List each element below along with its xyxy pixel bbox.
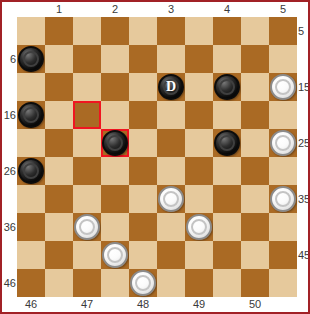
square-34[interactable] [213, 185, 241, 213]
light-square [269, 45, 297, 73]
page-frame: D 123454647484950616263646515253545 [0, 0, 310, 314]
square-11[interactable] [45, 73, 73, 101]
square-37[interactable] [73, 213, 101, 241]
light-square [73, 185, 101, 213]
square-30[interactable] [241, 157, 269, 185]
light-square [157, 101, 185, 129]
white-man-piece[interactable] [102, 242, 128, 268]
square-44[interactable] [213, 241, 241, 269]
square-12[interactable] [101, 73, 129, 101]
light-square [241, 185, 269, 213]
square-27[interactable] [73, 157, 101, 185]
square-6[interactable] [17, 45, 45, 73]
coord-label-right-45: 45 [298, 241, 310, 269]
light-square [129, 185, 157, 213]
square-35[interactable] [269, 185, 297, 213]
light-square [185, 185, 213, 213]
square-45[interactable] [269, 241, 297, 269]
light-square [17, 17, 45, 45]
white-man-piece[interactable] [270, 130, 296, 156]
square-19[interactable] [185, 101, 213, 129]
square-49[interactable] [185, 269, 213, 297]
square-32[interactable] [101, 185, 129, 213]
square-25[interactable] [269, 129, 297, 157]
king-letter: D [166, 80, 176, 94]
square-50[interactable] [241, 269, 269, 297]
light-square [101, 157, 129, 185]
light-square [185, 73, 213, 101]
coord-label-left-46: 46 [2, 269, 16, 297]
coord-label-bottom-47: 47 [73, 296, 101, 313]
square-17[interactable] [73, 101, 101, 129]
white-man-piece[interactable] [270, 74, 296, 100]
square-41[interactable] [45, 241, 73, 269]
square-48[interactable] [129, 269, 157, 297]
light-square [101, 101, 129, 129]
coord-label-left-16: 16 [2, 101, 16, 129]
light-square [157, 45, 185, 73]
square-16[interactable] [17, 101, 45, 129]
light-square [45, 45, 73, 73]
light-square [45, 213, 73, 241]
light-square [45, 269, 73, 297]
light-square [17, 185, 45, 213]
light-square [213, 45, 241, 73]
light-square [157, 269, 185, 297]
light-square [45, 157, 73, 185]
coord-label-left-6: 6 [2, 45, 16, 73]
square-38[interactable] [129, 213, 157, 241]
square-23[interactable] [157, 129, 185, 157]
coord-label-bottom-48: 48 [129, 296, 157, 313]
square-21[interactable] [45, 129, 73, 157]
light-square [185, 129, 213, 157]
white-man-piece[interactable] [74, 214, 100, 240]
light-square [157, 213, 185, 241]
square-40[interactable] [241, 213, 269, 241]
light-square [129, 73, 157, 101]
light-square [213, 157, 241, 185]
square-28[interactable] [129, 157, 157, 185]
coord-label-top-1: 1 [45, 2, 73, 17]
square-22[interactable] [101, 129, 129, 157]
square-15[interactable] [269, 73, 297, 101]
square-26[interactable] [17, 157, 45, 185]
square-20[interactable] [241, 101, 269, 129]
light-square [269, 269, 297, 297]
light-square [213, 101, 241, 129]
square-33[interactable] [157, 185, 185, 213]
black-king-piece[interactable]: D [158, 74, 184, 100]
light-square [73, 241, 101, 269]
black-man-piece[interactable] [102, 130, 128, 156]
white-man-piece[interactable] [186, 214, 212, 240]
light-square [73, 129, 101, 157]
light-square [45, 101, 73, 129]
light-square [101, 45, 129, 73]
light-square [269, 213, 297, 241]
square-39[interactable] [185, 213, 213, 241]
black-man-piece[interactable] [18, 102, 44, 128]
square-1[interactable] [45, 17, 73, 45]
coord-label-left-36: 36 [2, 213, 16, 241]
coord-label-top-2: 2 [101, 2, 129, 17]
coord-label-top-5: 5 [269, 2, 297, 17]
light-square [241, 17, 269, 45]
black-man-piece[interactable] [214, 74, 240, 100]
square-10[interactable] [241, 45, 269, 73]
square-13[interactable]: D [157, 73, 185, 101]
square-9[interactable] [185, 45, 213, 73]
light-square [17, 73, 45, 101]
coord-label-right-5: 5 [298, 17, 310, 45]
square-3[interactable] [157, 17, 185, 45]
square-8[interactable] [129, 45, 157, 73]
square-24[interactable] [213, 129, 241, 157]
light-square [241, 241, 269, 269]
white-man-piece[interactable] [270, 186, 296, 212]
black-man-piece[interactable] [18, 158, 44, 184]
square-31[interactable] [45, 185, 73, 213]
coord-label-right-15: 15 [298, 73, 310, 101]
square-47[interactable] [73, 269, 101, 297]
light-square [101, 269, 129, 297]
square-46[interactable] [17, 269, 45, 297]
coord-label-top-4: 4 [213, 2, 241, 17]
light-square [73, 73, 101, 101]
light-square [185, 241, 213, 269]
light-square [17, 129, 45, 157]
coord-label-top-3: 3 [157, 2, 185, 17]
white-man-piece[interactable] [130, 270, 156, 296]
light-square [101, 213, 129, 241]
square-29[interactable] [185, 157, 213, 185]
black-man-piece[interactable] [214, 130, 240, 156]
light-square [129, 17, 157, 45]
light-square [241, 73, 269, 101]
black-man-piece[interactable] [18, 46, 44, 72]
square-2[interactable] [101, 17, 129, 45]
light-square [269, 157, 297, 185]
light-square [269, 101, 297, 129]
light-square [17, 241, 45, 269]
light-square [73, 17, 101, 45]
square-42[interactable] [101, 241, 129, 269]
coord-label-right-35: 35 [298, 185, 310, 213]
coord-label-left-26: 26 [2, 157, 16, 185]
square-14[interactable] [213, 73, 241, 101]
square-18[interactable] [129, 101, 157, 129]
square-36[interactable] [17, 213, 45, 241]
coord-label-bottom-46: 46 [17, 296, 45, 313]
draughts-board: D [17, 17, 297, 297]
light-square [213, 269, 241, 297]
light-square [185, 17, 213, 45]
white-man-piece[interactable] [158, 186, 184, 212]
coord-label-right-25: 25 [298, 129, 310, 157]
square-7[interactable] [73, 45, 101, 73]
square-5[interactable] [269, 17, 297, 45]
light-square [129, 241, 157, 269]
coord-label-bottom-50: 50 [241, 296, 269, 313]
square-43[interactable] [157, 241, 185, 269]
light-square [241, 129, 269, 157]
light-square [213, 213, 241, 241]
coord-label-bottom-49: 49 [185, 296, 213, 313]
light-square [129, 129, 157, 157]
square-4[interactable] [213, 17, 241, 45]
light-square [157, 157, 185, 185]
